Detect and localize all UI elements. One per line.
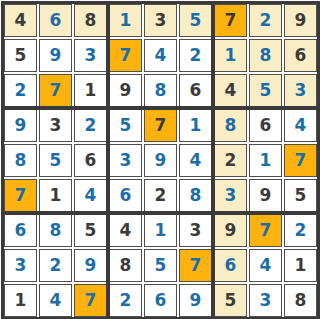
cell-r4c7[interactable]: 8 [214, 109, 247, 142]
cell-r3c6[interactable]: 6 [179, 74, 212, 107]
cell-r9c7[interactable]: 5 [214, 284, 247, 317]
cell-r9c1[interactable]: 1 [4, 284, 37, 317]
cell-r7c1[interactable]: 6 [4, 214, 37, 247]
cell-r5c6[interactable]: 4 [179, 144, 212, 177]
cell-r6c8[interactable]: 9 [249, 179, 282, 212]
cell-r7c2[interactable]: 8 [39, 214, 72, 247]
cell-r9c2[interactable]: 4 [39, 284, 72, 317]
cell-r9c6[interactable]: 9 [179, 284, 212, 317]
cell-r2c6[interactable]: 2 [179, 39, 212, 72]
cell-r6c3[interactable]: 4 [74, 179, 107, 212]
cell-r8c9[interactable]: 1 [284, 249, 317, 282]
cell-r8c1[interactable]: 3 [4, 249, 37, 282]
cell-r4c6[interactable]: 1 [179, 109, 212, 142]
cell-r2c5[interactable]: 4 [144, 39, 177, 72]
sudoku-board: 4681357295937421862719864539325718648563… [1, 1, 320, 319]
cell-r5c2[interactable]: 5 [39, 144, 72, 177]
cell-r1c3[interactable]: 8 [74, 4, 107, 37]
cell-r6c7[interactable]: 3 [214, 179, 247, 212]
cell-r8c4[interactable]: 8 [109, 249, 142, 282]
cell-r4c5[interactable]: 7 [144, 109, 177, 142]
cell-r8c6[interactable]: 7 [179, 249, 212, 282]
cell-r1c9[interactable]: 9 [284, 4, 317, 37]
cell-r3c8[interactable]: 5 [249, 74, 282, 107]
cell-r4c9[interactable]: 4 [284, 109, 317, 142]
cell-r4c8[interactable]: 6 [249, 109, 282, 142]
cell-r3c7[interactable]: 4 [214, 74, 247, 107]
cell-r4c1[interactable]: 9 [4, 109, 37, 142]
cell-r5c8[interactable]: 1 [249, 144, 282, 177]
cell-r4c3[interactable]: 2 [74, 109, 107, 142]
cell-r2c8[interactable]: 8 [249, 39, 282, 72]
cell-r2c4[interactable]: 7 [109, 39, 142, 72]
cell-r2c3[interactable]: 3 [74, 39, 107, 72]
cell-r1c6[interactable]: 5 [179, 4, 212, 37]
cell-r7c9[interactable]: 2 [284, 214, 317, 247]
cell-r5c4[interactable]: 3 [109, 144, 142, 177]
cell-r7c8[interactable]: 7 [249, 214, 282, 247]
cell-r6c4[interactable]: 6 [109, 179, 142, 212]
cell-r2c1[interactable]: 5 [4, 39, 37, 72]
cell-r5c9[interactable]: 7 [284, 144, 317, 177]
cell-r1c1[interactable]: 4 [4, 4, 37, 37]
cell-r3c5[interactable]: 8 [144, 74, 177, 107]
cell-r1c2[interactable]: 6 [39, 4, 72, 37]
cell-r9c9[interactable]: 8 [284, 284, 317, 317]
cell-r5c5[interactable]: 9 [144, 144, 177, 177]
cell-r8c8[interactable]: 4 [249, 249, 282, 282]
cell-r5c7[interactable]: 2 [214, 144, 247, 177]
cell-r2c9[interactable]: 6 [284, 39, 317, 72]
cell-r7c3[interactable]: 5 [74, 214, 107, 247]
cell-r1c5[interactable]: 3 [144, 4, 177, 37]
cell-r1c7[interactable]: 7 [214, 4, 247, 37]
cell-r9c3[interactable]: 7 [74, 284, 107, 317]
cell-r6c2[interactable]: 1 [39, 179, 72, 212]
cell-r8c5[interactable]: 5 [144, 249, 177, 282]
cell-r2c7[interactable]: 1 [214, 39, 247, 72]
cell-r2c2[interactable]: 9 [39, 39, 72, 72]
cell-r6c9[interactable]: 5 [284, 179, 317, 212]
cell-r8c3[interactable]: 9 [74, 249, 107, 282]
cell-r7c6[interactable]: 3 [179, 214, 212, 247]
cell-r4c4[interactable]: 5 [109, 109, 142, 142]
cell-r1c8[interactable]: 2 [249, 4, 282, 37]
cell-r5c1[interactable]: 8 [4, 144, 37, 177]
cell-r3c1[interactable]: 2 [4, 74, 37, 107]
cell-r6c1[interactable]: 7 [4, 179, 37, 212]
cell-r7c4[interactable]: 4 [109, 214, 142, 247]
cell-r6c5[interactable]: 2 [144, 179, 177, 212]
cell-r9c5[interactable]: 6 [144, 284, 177, 317]
cell-r9c4[interactable]: 2 [109, 284, 142, 317]
cell-r3c3[interactable]: 1 [74, 74, 107, 107]
cell-r8c7[interactable]: 6 [214, 249, 247, 282]
cell-r7c7[interactable]: 9 [214, 214, 247, 247]
cell-r7c5[interactable]: 1 [144, 214, 177, 247]
cell-r6c6[interactable]: 8 [179, 179, 212, 212]
cell-r1c4[interactable]: 1 [109, 4, 142, 37]
cell-r3c9[interactable]: 3 [284, 74, 317, 107]
cell-r5c3[interactable]: 6 [74, 144, 107, 177]
cell-r4c2[interactable]: 3 [39, 109, 72, 142]
cell-r8c2[interactable]: 2 [39, 249, 72, 282]
cell-r3c2[interactable]: 7 [39, 74, 72, 107]
cell-r9c8[interactable]: 3 [249, 284, 282, 317]
cell-r3c4[interactable]: 9 [109, 74, 142, 107]
